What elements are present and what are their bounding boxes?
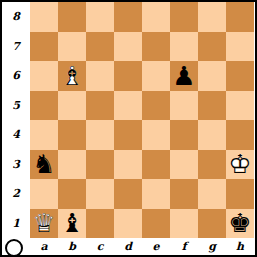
square-d8[interactable] bbox=[114, 2, 142, 32]
square-c4[interactable] bbox=[86, 120, 114, 150]
white-queen: ♕ bbox=[30, 209, 58, 239]
square-b1[interactable]: ♝ bbox=[58, 209, 86, 239]
rank-label-6: 6 bbox=[2, 61, 30, 91]
square-h8[interactable] bbox=[226, 2, 254, 32]
file-label-c: c bbox=[86, 238, 114, 255]
white-king-fill: ♚ bbox=[226, 150, 254, 180]
square-c6[interactable] bbox=[86, 61, 114, 91]
square-b5[interactable] bbox=[58, 91, 86, 121]
square-g1[interactable] bbox=[198, 209, 226, 239]
white-to-move-indicator bbox=[5, 239, 23, 257]
square-f2[interactable] bbox=[170, 179, 198, 209]
square-d2[interactable] bbox=[114, 179, 142, 209]
square-e6[interactable] bbox=[142, 61, 170, 91]
square-f7[interactable] bbox=[170, 32, 198, 62]
square-b7[interactable] bbox=[58, 32, 86, 62]
square-d5[interactable] bbox=[114, 91, 142, 121]
file-label-e: e bbox=[142, 238, 170, 255]
rank-labels: 87654321 bbox=[2, 2, 30, 238]
square-g6[interactable] bbox=[198, 61, 226, 91]
square-f5[interactable] bbox=[170, 91, 198, 121]
white-king: ♔ bbox=[226, 150, 254, 180]
file-label-f: f bbox=[170, 238, 198, 255]
square-b8[interactable] bbox=[58, 2, 86, 32]
rank-label-3: 3 bbox=[2, 150, 30, 180]
square-e8[interactable] bbox=[142, 2, 170, 32]
square-a7[interactable] bbox=[30, 32, 58, 62]
square-a8[interactable] bbox=[30, 2, 58, 32]
black-bishop: ♝ bbox=[58, 209, 86, 239]
file-label-a: a bbox=[30, 238, 58, 255]
square-a2[interactable] bbox=[30, 179, 58, 209]
black-king: ♚ bbox=[226, 209, 254, 239]
square-h5[interactable] bbox=[226, 91, 254, 121]
square-c7[interactable] bbox=[86, 32, 114, 62]
square-a6[interactable] bbox=[30, 61, 58, 91]
square-d3[interactable] bbox=[114, 150, 142, 180]
square-f6[interactable]: ♟ bbox=[170, 61, 198, 91]
white-bishop: ♗ bbox=[58, 61, 86, 91]
square-d7[interactable] bbox=[114, 32, 142, 62]
square-d6[interactable] bbox=[114, 61, 142, 91]
square-h6[interactable] bbox=[226, 61, 254, 91]
square-e4[interactable] bbox=[142, 120, 170, 150]
black-pawn: ♟ bbox=[170, 61, 198, 91]
square-d4[interactable] bbox=[114, 120, 142, 150]
square-c1[interactable] bbox=[86, 209, 114, 239]
square-a1[interactable]: ♛♕ bbox=[30, 209, 58, 239]
file-label-h: h bbox=[226, 238, 254, 255]
square-e1[interactable] bbox=[142, 209, 170, 239]
square-g8[interactable] bbox=[198, 2, 226, 32]
square-g4[interactable] bbox=[198, 120, 226, 150]
square-g2[interactable] bbox=[198, 179, 226, 209]
square-a4[interactable] bbox=[30, 120, 58, 150]
square-d1[interactable] bbox=[114, 209, 142, 239]
rank-label-4: 4 bbox=[2, 120, 30, 150]
white-bishop-fill: ♝ bbox=[58, 61, 86, 91]
file-label-d: d bbox=[114, 238, 142, 255]
rank-label-5: 5 bbox=[2, 91, 30, 121]
chess-diagram: ♝♗♟♞♚♔♛♕♝♚ 87654321 abcdefgh bbox=[0, 0, 257, 257]
square-c3[interactable] bbox=[86, 150, 114, 180]
square-b6[interactable]: ♝♗ bbox=[58, 61, 86, 91]
square-g5[interactable] bbox=[198, 91, 226, 121]
square-b3[interactable] bbox=[58, 150, 86, 180]
white-queen-fill: ♛ bbox=[30, 209, 58, 239]
square-g3[interactable] bbox=[198, 150, 226, 180]
square-e7[interactable] bbox=[142, 32, 170, 62]
square-a3[interactable]: ♞ bbox=[30, 150, 58, 180]
square-h7[interactable] bbox=[226, 32, 254, 62]
square-c2[interactable] bbox=[86, 179, 114, 209]
rank-label-8: 8 bbox=[2, 2, 30, 32]
file-label-g: g bbox=[198, 238, 226, 255]
rank-label-2: 2 bbox=[2, 179, 30, 209]
black-knight: ♞ bbox=[30, 150, 58, 180]
square-e5[interactable] bbox=[142, 91, 170, 121]
square-g7[interactable] bbox=[198, 32, 226, 62]
square-h2[interactable] bbox=[226, 179, 254, 209]
square-f4[interactable] bbox=[170, 120, 198, 150]
square-f8[interactable] bbox=[170, 2, 198, 32]
square-h3[interactable]: ♚♔ bbox=[226, 150, 254, 180]
square-e2[interactable] bbox=[142, 179, 170, 209]
square-b4[interactable] bbox=[58, 120, 86, 150]
file-label-b: b bbox=[58, 238, 86, 255]
square-h1[interactable]: ♚ bbox=[226, 209, 254, 239]
square-h4[interactable] bbox=[226, 120, 254, 150]
square-b2[interactable] bbox=[58, 179, 86, 209]
board: ♝♗♟♞♚♔♛♕♝♚ bbox=[30, 2, 254, 238]
square-a5[interactable] bbox=[30, 91, 58, 121]
rank-label-1: 1 bbox=[2, 209, 30, 239]
square-c5[interactable] bbox=[86, 91, 114, 121]
rank-label-7: 7 bbox=[2, 32, 30, 62]
square-f1[interactable] bbox=[170, 209, 198, 239]
square-c8[interactable] bbox=[86, 2, 114, 32]
file-labels: abcdefgh bbox=[30, 238, 254, 255]
square-f3[interactable] bbox=[170, 150, 198, 180]
square-e3[interactable] bbox=[142, 150, 170, 180]
